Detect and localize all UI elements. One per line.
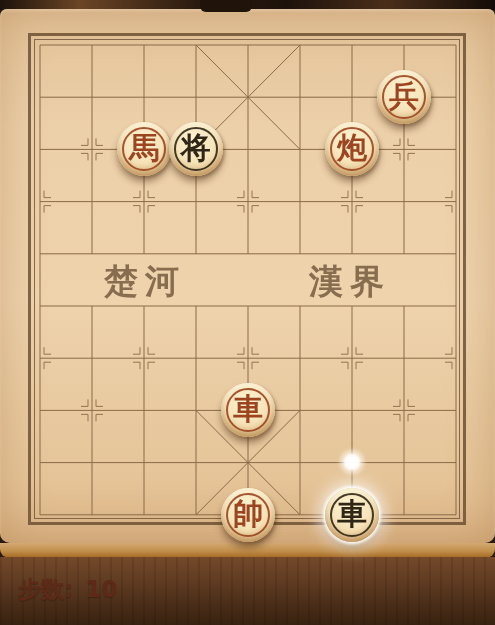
piece-glyph-red-cannon: 炮 <box>337 133 367 163</box>
xiangqi-app: { "game": "xiangqi", "board": { "columns… <box>0 0 495 625</box>
move-counter-value: 10 <box>85 576 117 602</box>
piece-red-soldier[interactable]: 兵 <box>377 70 431 124</box>
piece-glyph-red-chariot: 車 <box>233 394 263 424</box>
piece-red-horse[interactable]: 馬 <box>117 122 171 176</box>
piece-black-general[interactable]: 将 <box>169 122 223 176</box>
piece-glyph-red-soldier: 兵 <box>389 81 419 111</box>
board-top-notch <box>200 0 252 12</box>
piece-red-general[interactable]: 帥 <box>221 488 275 542</box>
piece-glyph-black-general: 将 <box>181 133 211 163</box>
piece-glyph-red-horse: 馬 <box>129 133 159 163</box>
piece-red-chariot[interactable]: 車 <box>221 383 275 437</box>
piece-red-cannon[interactable]: 炮 <box>325 122 379 176</box>
move-counter: 步数: 10 <box>18 574 117 605</box>
board-grid[interactable]: 兵馬将炮車帥車 <box>14 19 482 541</box>
piece-black-chariot[interactable]: 車 <box>325 488 379 542</box>
move-origin-indicator[interactable] <box>336 446 368 478</box>
board-front-bevel <box>0 543 495 558</box>
piece-glyph-red-general: 帥 <box>233 499 263 529</box>
move-counter-label: 步数: <box>18 574 73 605</box>
piece-glyph-black-chariot: 車 <box>337 499 367 529</box>
